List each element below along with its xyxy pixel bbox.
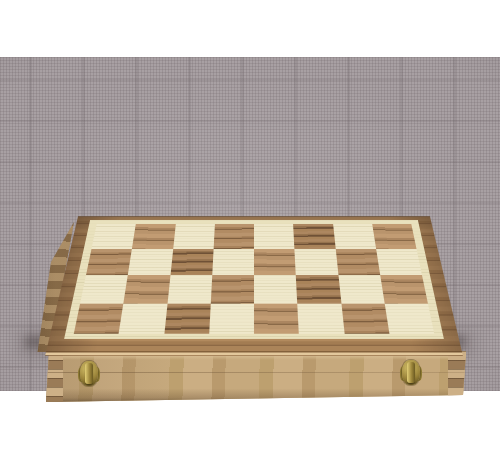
board-square-light (376, 249, 422, 275)
board-square-dark (372, 224, 416, 249)
board-square-light (167, 275, 212, 303)
board-square-light (173, 224, 215, 249)
board-square-dark (132, 224, 175, 249)
top-front-edge (45, 351, 463, 356)
board-square-light (333, 224, 376, 249)
board-square-dark (254, 303, 299, 333)
finger-joint-left (46, 351, 63, 403)
board-square-light (254, 224, 295, 249)
fabric-background (0, 57, 500, 391)
checkerboard (74, 224, 434, 334)
box-front-panel (46, 351, 466, 403)
board-square-dark (74, 303, 124, 333)
board-square-light (295, 249, 338, 275)
board-square-light (128, 249, 173, 275)
board-square-light (338, 275, 384, 303)
board-square-light (297, 303, 344, 333)
board-square-dark (86, 249, 132, 275)
clasp-hasp-icon (85, 363, 93, 384)
board-square-dark (254, 249, 296, 275)
clasp-hasp-icon (407, 362, 415, 383)
board-square-light (92, 224, 136, 249)
finger-joint-right (448, 351, 466, 403)
brass-clasp-right (399, 358, 423, 387)
board-square-dark (296, 275, 341, 303)
brass-clasp-left (77, 359, 101, 388)
board-square-dark (341, 303, 389, 333)
board-square-dark (213, 224, 254, 249)
board-square-dark (211, 275, 254, 303)
board-square-light (209, 303, 254, 333)
product-photo (0, 0, 500, 450)
board-square-dark (124, 275, 170, 303)
board-square-light (254, 275, 297, 303)
board-square-light (212, 249, 254, 275)
board-square-light (80, 275, 128, 303)
board-square-dark (293, 224, 335, 249)
board-square-light (119, 303, 167, 333)
board-square-dark (170, 249, 213, 275)
board-square-dark (380, 275, 428, 303)
board-square-dark (164, 303, 211, 333)
board-square-light (384, 303, 434, 333)
box-top-face (45, 216, 463, 356)
board-square-dark (335, 249, 380, 275)
